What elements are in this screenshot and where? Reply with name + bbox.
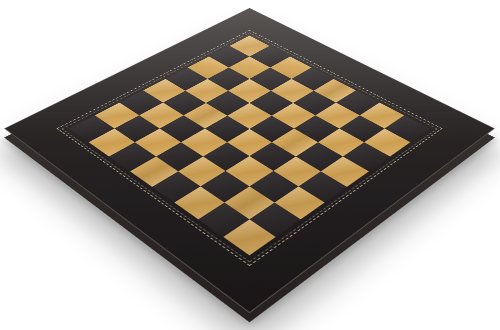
product-photo-scene [0,0,500,330]
chess-board [4,8,495,313]
